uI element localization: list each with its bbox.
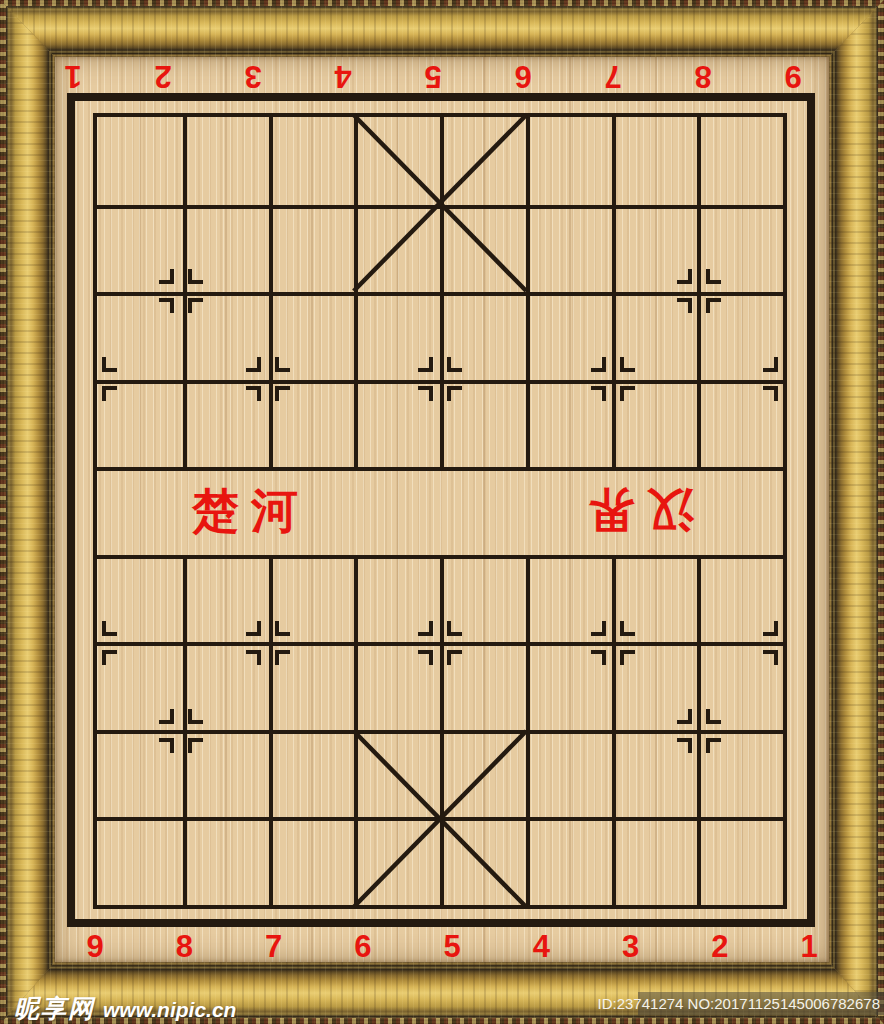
file-number-bottom: 1: [800, 931, 817, 962]
marker-bracket: [275, 386, 290, 401]
watermark-strip: ID:23741274 NO:20171125145006782678: [638, 992, 884, 1015]
river-label-right: 汉界: [576, 487, 694, 534]
file-number-top: 3: [244, 61, 261, 92]
marker-bracket: [706, 269, 721, 284]
board-cell: [526, 205, 612, 293]
board-cell: [440, 817, 526, 905]
marker-bracket: [159, 298, 174, 313]
marker-bracket: [447, 621, 462, 636]
marker-bracket: [763, 650, 778, 665]
file-number-top: 2: [154, 61, 171, 92]
marker-bracket: [620, 650, 635, 665]
marker-bracket: [591, 621, 606, 636]
river-label-left: 楚河: [192, 487, 310, 534]
file-number-bottom: 4: [533, 931, 550, 962]
file-number-bottom: 2: [711, 931, 728, 962]
marker-bracket: [620, 357, 635, 372]
board-cell: [97, 817, 183, 905]
marker-bracket: [275, 357, 290, 372]
board-cell: [697, 817, 783, 905]
marker-bracket: [763, 386, 778, 401]
board-cell: [269, 205, 355, 293]
board-cell: [697, 467, 783, 555]
marker-bracket: [246, 357, 261, 372]
file-number-top: 8: [694, 61, 711, 92]
marker-bracket: [102, 621, 117, 636]
marker-bracket: [246, 650, 261, 665]
marker-bracket: [677, 269, 692, 284]
marker-bracket: [418, 621, 433, 636]
marker-bracket: [418, 357, 433, 372]
file-number-bottom: 6: [354, 931, 371, 962]
board-cell: [354, 205, 440, 293]
marker-bracket: [246, 621, 261, 636]
marker-bracket: [763, 357, 778, 372]
marker-bracket: [159, 738, 174, 753]
file-number-bottom: 5: [443, 931, 460, 962]
file-number-bottom: 7: [265, 931, 282, 962]
marker-bracket: [706, 709, 721, 724]
board-cell: [97, 467, 183, 555]
board-cell: [97, 117, 183, 205]
marker-bracket: [246, 386, 261, 401]
file-number-top: 7: [604, 61, 621, 92]
file-number-bottom: 9: [86, 931, 103, 962]
marker-bracket: [275, 621, 290, 636]
board-cell: [183, 117, 269, 205]
marker-bracket: [159, 709, 174, 724]
board-cell: [612, 117, 698, 205]
board-cell: [697, 117, 783, 205]
picture-frame-right: [829, 0, 884, 1024]
marker-bracket: [591, 357, 606, 372]
marker-bracket: [102, 650, 117, 665]
marker-bracket: [620, 621, 635, 636]
board-cell: [440, 730, 526, 818]
marker-bracket: [102, 386, 117, 401]
marker-bracket: [188, 269, 203, 284]
marker-bracket: [706, 738, 721, 753]
board-cell: [526, 730, 612, 818]
picture-frame-left: [0, 0, 55, 1024]
marker-bracket: [447, 386, 462, 401]
marker-bracket: [591, 386, 606, 401]
board-cell: [354, 817, 440, 905]
picture-frame-top: [0, 0, 884, 57]
marker-bracket: [677, 738, 692, 753]
board-surface: 123456789 987654321 楚河 汉界: [55, 57, 829, 962]
marker-bracket: [677, 709, 692, 724]
file-number-top: 9: [784, 61, 801, 92]
marker-bracket: [418, 386, 433, 401]
marker-bracket: [620, 386, 635, 401]
framed-xiangqi-photo: 123456789 987654321 楚河 汉界 昵享网 www.nipic.…: [0, 0, 884, 1024]
board-cell: [354, 467, 440, 555]
board-cell: [440, 205, 526, 293]
marker-bracket: [418, 650, 433, 665]
board-cell: [612, 817, 698, 905]
board-cell: [440, 467, 526, 555]
file-number-bottom: 8: [176, 931, 193, 962]
file-number-top: 4: [334, 61, 351, 92]
board-cell: [354, 117, 440, 205]
marker-bracket: [159, 269, 174, 284]
watermark-id-text: ID:23741274 NO:20171125145006782678: [598, 995, 884, 1012]
file-number-top: 1: [64, 61, 81, 92]
board-cell: [269, 117, 355, 205]
marker-bracket: [447, 357, 462, 372]
marker-bracket: [102, 357, 117, 372]
board-cell: [526, 117, 612, 205]
marker-bracket: [275, 650, 290, 665]
marker-bracket: [763, 621, 778, 636]
board-cell: [269, 817, 355, 905]
board-cell: [269, 730, 355, 818]
marker-bracket: [188, 298, 203, 313]
file-number-bottom: 3: [622, 931, 639, 962]
watermark-site-url: www.nipic.cn: [103, 998, 236, 1022]
marker-bracket: [188, 709, 203, 724]
board-cell: [354, 730, 440, 818]
marker-bracket: [591, 650, 606, 665]
file-number-top: 5: [424, 61, 441, 92]
board-cell: [183, 817, 269, 905]
marker-bracket: [447, 650, 462, 665]
board-cell: [440, 117, 526, 205]
marker-bracket: [677, 298, 692, 313]
watermark-site-logo: 昵享网: [14, 992, 95, 1024]
watermark-site: 昵享网 www.nipic.cn: [14, 992, 236, 1024]
marker-bracket: [706, 298, 721, 313]
file-number-top: 6: [514, 61, 531, 92]
board-cell: [526, 817, 612, 905]
marker-bracket: [188, 738, 203, 753]
